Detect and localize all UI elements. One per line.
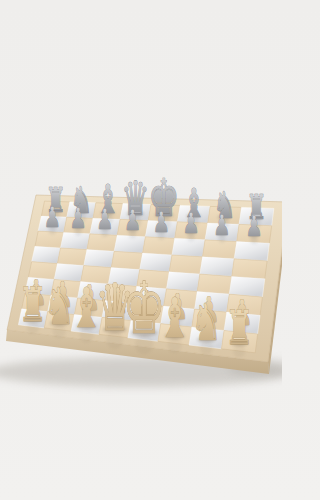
piece-silver-pawn-d7: ♟︎ [124,205,141,238]
square-d6 [114,235,145,253]
square-b5 [57,248,87,266]
chessboard-photo: ♜︎♞︎♝︎♛︎♚︎♝︎♞︎♜︎♟︎♟︎♟︎♟︎♟︎♟︎♟︎♟︎♟︎♟︎♟︎♟︎… [0,0,282,500]
square-h5 [232,259,267,279]
product-photo-stage: ♜︎♞︎♝︎♛︎♚︎♝︎♞︎♜︎♟︎♟︎♟︎♟︎♟︎♟︎♟︎♟︎♟︎♟︎♟︎♟︎… [0,0,282,500]
piece-silver-pawn-c7: ♟︎ [96,203,113,236]
square-f6 [172,238,205,257]
square-e6 [143,237,175,255]
piece-silver-pawn-f7: ♟︎ [182,207,199,240]
square-b6 [60,232,90,249]
piece-wood-rook-h1: ♜︎ [225,301,254,355]
piece-wood-bishop-f1: ♝︎ [158,285,192,349]
piece-wood-knight-g1: ♞︎ [191,293,222,351]
square-h6 [234,242,269,261]
piece-silver-pawn-e7: ♟︎ [153,206,170,239]
square-g6 [202,240,236,259]
piece-silver-pawn-b7: ♟︎ [70,202,87,235]
square-c6 [87,234,117,252]
square-f5 [169,255,202,274]
square-c5 [84,250,114,268]
piece-wood-rook-a1: ♜︎ [19,277,48,331]
piece-silver-pawn-a7: ♟︎ [44,201,61,234]
square-g5 [200,257,234,277]
square-a5 [32,246,61,263]
piece-silver-pawn-g7: ♟︎ [213,209,230,242]
piece-silver-pawn-h7: ♟︎ [245,210,262,243]
